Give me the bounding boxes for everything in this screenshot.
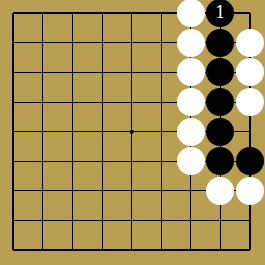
white-stone-J7[interactable] xyxy=(236,58,264,86)
white-stone-G9[interactable] xyxy=(177,0,205,27)
white-stone-G4[interactable] xyxy=(177,147,205,175)
black-stone-H4[interactable] xyxy=(206,147,234,175)
white-stone-G6[interactable] xyxy=(177,88,205,116)
black-stone-J4[interactable] xyxy=(236,147,264,175)
white-stone-J8[interactable] xyxy=(236,29,264,57)
stones-layer: 1 xyxy=(0,0,265,265)
black-stone-H6[interactable] xyxy=(206,88,234,116)
white-stone-J3[interactable] xyxy=(236,177,264,205)
black-stone-H7[interactable] xyxy=(206,58,234,86)
black-stone-H5[interactable] xyxy=(206,118,234,146)
white-stone-G7[interactable] xyxy=(177,58,205,86)
white-stone-G8[interactable] xyxy=(177,29,205,57)
white-stone-H3[interactable] xyxy=(206,177,234,205)
black-stone-H8[interactable] xyxy=(206,29,234,57)
black-stone-H9[interactable]: 1 xyxy=(206,0,234,27)
go-board[interactable]: 1 xyxy=(0,0,265,265)
move-number-label: 1 xyxy=(215,5,225,21)
white-stone-J6[interactable] xyxy=(236,88,264,116)
white-stone-G5[interactable] xyxy=(177,118,205,146)
